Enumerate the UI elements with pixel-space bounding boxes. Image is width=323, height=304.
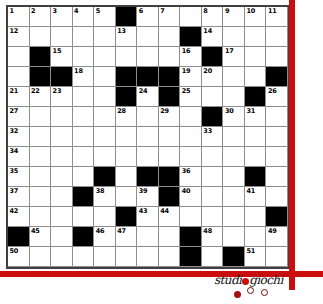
cell-r6c9[interactable] — [180, 107, 202, 127]
cell-r9c12-black — [245, 167, 267, 187]
cell-r4c6-black — [116, 67, 138, 87]
cell-r6c1[interactable]: 27 — [8, 107, 30, 127]
clue-number: 40 — [182, 188, 191, 195]
cell-r11c11[interactable] — [223, 207, 245, 227]
cell-r11c7[interactable]: 43 — [137, 207, 159, 227]
logo-text-suffix: giochi — [249, 273, 282, 287]
cell-r10c3[interactable] — [51, 187, 73, 207]
cell-r5c2[interactable]: 22 — [30, 87, 52, 107]
cell-r13c3[interactable] — [51, 247, 73, 267]
cell-r3c1[interactable] — [8, 47, 30, 67]
cell-r3c11[interactable]: 17 — [223, 47, 245, 67]
cell-r6c12[interactable]: 31 — [245, 107, 267, 127]
cell-r10c10[interactable] — [202, 187, 224, 207]
cell-r9c11[interactable] — [223, 167, 245, 187]
cell-r12c10[interactable]: 48 — [202, 227, 224, 247]
cell-r7c4[interactable] — [73, 127, 95, 147]
cell-r12c12[interactable] — [245, 227, 267, 247]
cell-r3c4[interactable] — [73, 47, 95, 67]
cell-r12c4-black — [73, 227, 95, 247]
cell-r6c2[interactable] — [30, 107, 52, 127]
cell-r10c2[interactable] — [30, 187, 52, 207]
cell-r4c4[interactable]: 18 — [73, 67, 95, 87]
clue-number: 2 — [31, 8, 35, 15]
cell-r2c11[interactable] — [223, 27, 245, 47]
clue-number: 10 — [246, 8, 255, 15]
cell-r10c8-black — [159, 187, 181, 207]
logo-ring-dot-icon — [261, 289, 268, 296]
clue-number: 11 — [268, 8, 277, 15]
cell-r6c10-black — [202, 107, 224, 127]
clue-number: 27 — [10, 108, 19, 115]
cell-r9c1[interactable]: 35 — [8, 167, 30, 187]
cell-r9c13[interactable] — [266, 167, 288, 187]
cell-r8c6[interactable] — [116, 147, 138, 167]
cell-r8c5[interactable] — [94, 147, 116, 167]
cell-r8c2[interactable] — [30, 147, 52, 167]
cell-r9c8-black — [159, 167, 181, 187]
cell-r3c5[interactable] — [94, 47, 116, 67]
clue-number: 45 — [31, 228, 40, 235]
clue-number: 49 — [268, 228, 277, 235]
cell-r2c3[interactable] — [51, 27, 73, 47]
cell-r6c6[interactable]: 28 — [116, 107, 138, 127]
logo-filled-dot-icon — [234, 291, 241, 298]
cell-r4c3-black — [51, 67, 73, 87]
cell-r10c6[interactable] — [116, 187, 138, 207]
puzzle-page: 1234567891011121314151617181920212223242… — [0, 0, 323, 304]
cell-r6c3[interactable] — [51, 107, 73, 127]
cell-r4c8-black — [159, 67, 181, 87]
cell-r7c10[interactable]: 33 — [202, 127, 224, 147]
cell-r8c9[interactable] — [180, 147, 202, 167]
cell-r7c6[interactable] — [116, 127, 138, 147]
cell-r2c2[interactable] — [30, 27, 52, 47]
clue-number: 18 — [74, 68, 83, 75]
clue-number: 16 — [182, 48, 191, 55]
clue-number: 33 — [203, 128, 212, 135]
clue-number: 44 — [160, 208, 169, 215]
cell-r6c5[interactable] — [94, 107, 116, 127]
cell-r8c12[interactable] — [245, 147, 267, 167]
cell-r7c5[interactable] — [94, 127, 116, 147]
cell-r3c9[interactable]: 16 — [180, 47, 202, 67]
cell-r13c5[interactable] — [94, 247, 116, 267]
clue-number: 42 — [10, 208, 19, 215]
clue-number: 36 — [182, 168, 191, 175]
clue-number: 21 — [10, 88, 19, 95]
cell-r12c13[interactable]: 49 — [266, 227, 288, 247]
clue-number: 14 — [203, 28, 212, 35]
cell-r11c3[interactable] — [51, 207, 73, 227]
clue-number: 43 — [139, 208, 148, 215]
cell-r7c12[interactable] — [245, 127, 267, 147]
cell-r11c10[interactable] — [202, 207, 224, 227]
cell-r1c8[interactable]: 7 — [159, 7, 181, 27]
cell-r7c8[interactable] — [159, 127, 181, 147]
cell-r5c6-black — [116, 87, 138, 107]
cell-r12c5[interactable]: 46 — [94, 227, 116, 247]
studiogiochi-logo: studigiochi — [214, 274, 290, 302]
clue-number: 32 — [10, 128, 19, 135]
cell-r11c6-black — [116, 207, 138, 227]
clue-number: 26 — [268, 88, 277, 95]
cell-r3c8[interactable] — [159, 47, 181, 67]
clue-number: 19 — [182, 68, 191, 75]
cell-r12c8[interactable] — [159, 227, 181, 247]
cell-r1c9[interactable] — [180, 7, 202, 27]
clue-number: 30 — [225, 108, 234, 115]
cell-r12c6[interactable]: 47 — [116, 227, 138, 247]
cell-r3c13[interactable] — [266, 47, 288, 67]
cell-r4c13-black — [266, 67, 288, 87]
clue-number: 1 — [10, 8, 14, 15]
cell-r4c1[interactable] — [8, 67, 30, 87]
cell-r5c11[interactable] — [223, 87, 245, 107]
clue-number: 29 — [160, 108, 169, 115]
cell-r5c1[interactable]: 21 — [8, 87, 30, 107]
cell-r1c11[interactable]: 9 — [223, 7, 245, 27]
cell-r7c11[interactable] — [223, 127, 245, 147]
cell-r1c3[interactable]: 3 — [51, 7, 73, 27]
cell-r1c4[interactable]: 4 — [73, 7, 95, 27]
cell-r13c10[interactable] — [202, 247, 224, 267]
cell-r2c8[interactable] — [159, 27, 181, 47]
cell-r3c3[interactable]: 15 — [51, 47, 73, 67]
crossword-grid: 1234567891011121314151617181920212223242… — [6, 5, 290, 269]
cell-r13c12[interactable]: 51 — [245, 247, 267, 267]
cell-r9c7-black — [137, 167, 159, 187]
clue-number: 47 — [117, 228, 126, 235]
clue-number: 9 — [225, 8, 229, 15]
cell-r2c10[interactable]: 14 — [202, 27, 224, 47]
cell-r3c10-black — [202, 47, 224, 67]
cell-r1c1[interactable]: 1 — [8, 7, 30, 27]
cell-r9c4[interactable] — [73, 167, 95, 187]
cell-r5c8-black — [159, 87, 181, 107]
cell-r7c9[interactable] — [180, 127, 202, 147]
cell-r5c12-black — [245, 87, 267, 107]
clue-number: 7 — [160, 8, 164, 15]
clue-number: 34 — [10, 148, 19, 155]
clue-number: 39 — [139, 188, 148, 195]
cell-r8c3[interactable] — [51, 147, 73, 167]
cell-r4c9[interactable]: 19 — [180, 67, 202, 87]
clue-number: 23 — [53, 88, 62, 95]
clue-number: 51 — [246, 248, 255, 255]
cell-r9c3[interactable] — [51, 167, 73, 187]
cell-r4c11[interactable] — [223, 67, 245, 87]
cell-r2c12[interactable] — [245, 27, 267, 47]
cell-r5c9[interactable]: 25 — [180, 87, 202, 107]
cell-r11c1[interactable]: 42 — [8, 207, 30, 227]
cell-r13c7[interactable] — [137, 247, 159, 267]
cell-r8c13[interactable] — [266, 147, 288, 167]
cell-r13c8[interactable] — [159, 247, 181, 267]
clue-number: 31 — [246, 108, 255, 115]
cell-r5c4[interactable] — [73, 87, 95, 107]
cell-r6c4[interactable] — [73, 107, 95, 127]
cell-r8c7[interactable] — [137, 147, 159, 167]
cell-r12c9-black — [180, 227, 202, 247]
cell-r10c9[interactable]: 40 — [180, 187, 202, 207]
cell-r7c2[interactable] — [30, 127, 52, 147]
clue-number: 48 — [203, 228, 212, 235]
cell-r7c13[interactable] — [266, 127, 288, 147]
cell-r3c2-black — [30, 47, 52, 67]
cell-r5c7[interactable]: 24 — [137, 87, 159, 107]
cell-r5c5[interactable] — [94, 87, 116, 107]
cell-r5c3[interactable]: 23 — [51, 87, 73, 107]
cell-r11c2[interactable] — [30, 207, 52, 227]
cell-r10c13[interactable] — [266, 187, 288, 207]
clue-number: 13 — [117, 28, 126, 35]
clue-number: 20 — [203, 68, 212, 75]
cell-r1c10[interactable]: 8 — [202, 7, 224, 27]
clue-number: 5 — [96, 8, 100, 15]
clue-number: 8 — [203, 8, 207, 15]
cell-r11c9[interactable] — [180, 207, 202, 227]
cell-r1c13[interactable]: 11 — [266, 7, 288, 27]
cell-r3c7[interactable] — [137, 47, 159, 67]
cell-r11c12[interactable] — [245, 207, 267, 227]
cell-r10c5[interactable]: 38 — [94, 187, 116, 207]
cell-r5c10[interactable] — [202, 87, 224, 107]
cell-r13c11-black — [223, 247, 245, 267]
cell-r2c5[interactable] — [94, 27, 116, 47]
cell-r2c7[interactable] — [137, 27, 159, 47]
cell-r12c7[interactable] — [137, 227, 159, 247]
clue-number: 37 — [10, 188, 19, 195]
cell-r3c6[interactable] — [116, 47, 138, 67]
cell-r8c11[interactable] — [223, 147, 245, 167]
clue-number: 15 — [53, 48, 62, 55]
cell-r9c2[interactable] — [30, 167, 52, 187]
cell-r4c12[interactable] — [245, 67, 267, 87]
cell-r4c7-black — [137, 67, 159, 87]
cell-r11c8[interactable]: 44 — [159, 207, 181, 227]
cell-r9c9[interactable]: 36 — [180, 167, 202, 187]
cell-r1c5[interactable]: 5 — [94, 7, 116, 27]
cell-r9c5-black — [94, 167, 116, 187]
cell-r6c11[interactable]: 30 — [223, 107, 245, 127]
clue-number: 38 — [96, 188, 105, 195]
cell-r10c7[interactable]: 39 — [137, 187, 159, 207]
cell-r7c3[interactable] — [51, 127, 73, 147]
clue-number: 24 — [139, 88, 148, 95]
cell-r2c6[interactable]: 13 — [116, 27, 138, 47]
clue-number: 3 — [53, 8, 57, 15]
red-vertical-rule — [289, 0, 295, 290]
clue-number: 25 — [182, 88, 191, 95]
cell-r1c12[interactable]: 10 — [245, 7, 267, 27]
clue-number: 17 — [225, 48, 234, 55]
cell-r1c6-black — [116, 7, 138, 27]
logo-text-prefix: studi — [214, 273, 241, 287]
clue-number: 28 — [117, 108, 126, 115]
cell-r3c12[interactable] — [245, 47, 267, 67]
cell-r12c11[interactable] — [223, 227, 245, 247]
cell-r6c8[interactable]: 29 — [159, 107, 181, 127]
cell-r7c1[interactable]: 32 — [8, 127, 30, 147]
clue-number: 4 — [74, 8, 78, 15]
cell-r8c1[interactable]: 34 — [8, 147, 30, 167]
cell-r5c13[interactable]: 26 — [266, 87, 288, 107]
cell-r2c4[interactable] — [73, 27, 95, 47]
cell-r8c10[interactable] — [202, 147, 224, 167]
clue-number: 50 — [10, 248, 19, 255]
cell-r10c1[interactable]: 37 — [8, 187, 30, 207]
cell-r10c4-black — [73, 187, 95, 207]
cell-r4c5[interactable] — [94, 67, 116, 87]
cell-r12c3[interactable] — [51, 227, 73, 247]
cell-r8c8[interactable] — [159, 147, 181, 167]
logo-ring-dot-icon — [247, 287, 254, 294]
cell-r9c10[interactable] — [202, 167, 224, 187]
logo-red-o-icon — [242, 278, 249, 285]
clue-number: 6 — [139, 8, 143, 15]
clue-number: 12 — [10, 28, 19, 35]
cell-r8c4[interactable] — [73, 147, 95, 167]
cell-r13c1[interactable]: 50 — [8, 247, 30, 267]
cell-r9c6[interactable] — [116, 167, 138, 187]
cell-r11c5[interactable] — [94, 207, 116, 227]
cell-r2c13[interactable] — [266, 27, 288, 47]
clue-number: 22 — [31, 88, 40, 95]
cell-r11c13-black — [266, 207, 288, 227]
cell-r6c13[interactable] — [266, 107, 288, 127]
clue-number: 35 — [10, 168, 19, 175]
cell-r2c1[interactable]: 12 — [8, 27, 30, 47]
cell-r12c2[interactable]: 45 — [30, 227, 52, 247]
cell-r13c13[interactable] — [266, 247, 288, 267]
clue-number: 46 — [96, 228, 105, 235]
cell-r13c4[interactable] — [73, 247, 95, 267]
clue-number: 41 — [246, 188, 255, 195]
cell-r2c9-black — [180, 27, 202, 47]
cell-r13c9-black — [180, 247, 202, 267]
cell-r13c2[interactable] — [30, 247, 52, 267]
cell-r4c10[interactable]: 20 — [202, 67, 224, 87]
cell-r7c7[interactable] — [137, 127, 159, 147]
cell-r13c6[interactable] — [116, 247, 138, 267]
cell-r6c7[interactable] — [137, 107, 159, 127]
cell-r11c4[interactable] — [73, 207, 95, 227]
cell-r4c2-black — [30, 67, 52, 87]
cell-r10c11[interactable] — [223, 187, 245, 207]
cell-r12c1-black — [8, 227, 30, 247]
cell-r1c7[interactable]: 6 — [137, 7, 159, 27]
cell-r10c12[interactable]: 41 — [245, 187, 267, 207]
cell-r1c2[interactable]: 2 — [30, 7, 52, 27]
